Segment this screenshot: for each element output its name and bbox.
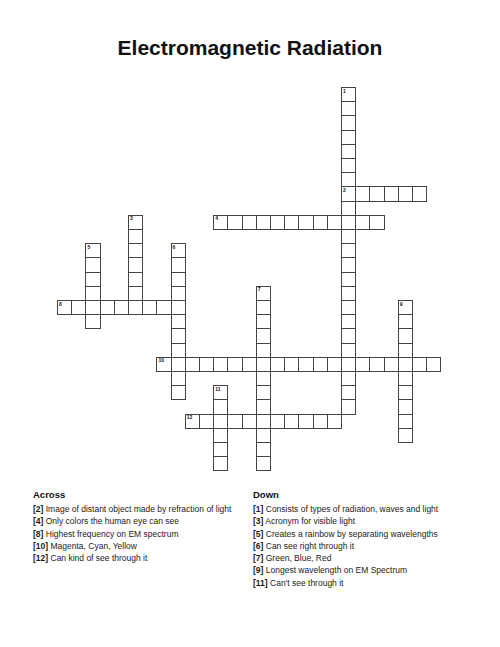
grid-cell[interactable] xyxy=(398,314,413,329)
grid-cell[interactable] xyxy=(369,215,384,230)
grid-cell[interactable] xyxy=(355,186,370,201)
clue-number: 1 xyxy=(343,89,346,94)
grid-cell[interactable] xyxy=(256,414,271,429)
grid-cell[interactable] xyxy=(341,158,356,173)
grid-cell[interactable] xyxy=(185,357,200,372)
grid-cell[interactable] xyxy=(213,428,228,443)
clue-number: 3 xyxy=(130,216,133,221)
grid-cell[interactable]: 1 xyxy=(341,87,356,102)
grid-cell[interactable] xyxy=(398,357,413,372)
grid-cell[interactable] xyxy=(85,300,100,315)
grid-cell[interactable]: 4 xyxy=(213,215,228,230)
grid-cell[interactable] xyxy=(213,414,228,429)
clue-number: 10 xyxy=(158,358,164,363)
grid-cell[interactable] xyxy=(327,414,342,429)
grid-cell[interactable] xyxy=(412,357,427,372)
grid-cell[interactable] xyxy=(242,215,257,230)
grid-cell[interactable] xyxy=(128,300,143,315)
across-header: Across xyxy=(33,489,231,500)
grid-cell[interactable] xyxy=(341,130,356,145)
grid-cell[interactable] xyxy=(199,414,214,429)
grid-cell[interactable] xyxy=(128,257,143,272)
grid-cell[interactable] xyxy=(213,357,228,372)
grid-cell[interactable] xyxy=(128,229,143,244)
grid-cell[interactable] xyxy=(341,314,356,329)
grid-cell[interactable] xyxy=(341,101,356,116)
grid-cell[interactable]: 5 xyxy=(85,243,100,258)
grid-cell[interactable] xyxy=(355,357,370,372)
grid-cell[interactable] xyxy=(213,399,228,414)
grid-cell[interactable] xyxy=(341,257,356,272)
grid-cell[interactable]: 9 xyxy=(398,300,413,315)
clue-number: 7 xyxy=(258,287,261,292)
grid-cell[interactable] xyxy=(341,144,356,159)
grid-cell[interactable] xyxy=(270,414,285,429)
grid-cell[interactable] xyxy=(171,328,186,343)
across-clues-section: Across [2] Image of distant object made … xyxy=(33,489,231,564)
grid-cell[interactable] xyxy=(398,343,413,358)
grid-cell[interactable] xyxy=(426,357,441,372)
down-clues-section: Down [1] Consists of types of radiation,… xyxy=(253,489,438,589)
clue-item: [9] Longest wavelength on EM Spectrum xyxy=(253,564,438,576)
grid-cell[interactable] xyxy=(171,343,186,358)
grid-cell[interactable] xyxy=(341,343,356,358)
clue-item: [4] Only colors the human eye can see xyxy=(33,515,231,527)
grid-cell[interactable] xyxy=(341,172,356,187)
grid-cell[interactable] xyxy=(227,357,242,372)
grid-cell[interactable] xyxy=(171,257,186,272)
grid-cell[interactable] xyxy=(256,385,271,400)
grid-cell[interactable] xyxy=(128,286,143,301)
clue-item: [3] Acronym for visible light xyxy=(253,515,438,527)
down-header: Down xyxy=(253,489,438,500)
clue-item: [12] Can kind of see through it xyxy=(33,552,231,564)
across-list: [2] Image of distant object made by refr… xyxy=(33,503,231,564)
grid-cell[interactable] xyxy=(384,357,399,372)
grid-cell[interactable] xyxy=(384,186,399,201)
grid-cell[interactable] xyxy=(355,215,370,230)
grid-cell[interactable] xyxy=(284,215,299,230)
grid-cell[interactable] xyxy=(114,300,129,315)
grid-cell[interactable]: 10 xyxy=(156,357,171,372)
grid-cell[interactable] xyxy=(412,186,427,201)
grid-cell[interactable] xyxy=(242,357,257,372)
clue-number: 9 xyxy=(400,302,403,307)
grid-cell[interactable] xyxy=(100,300,115,315)
crossword-page: { "title": "Electromagnetic Radiation", … xyxy=(0,0,500,647)
grid-cell[interactable] xyxy=(256,328,271,343)
grid-cell[interactable]: 6 xyxy=(171,243,186,258)
grid-cell[interactable] xyxy=(85,286,100,301)
grid-cell[interactable] xyxy=(199,357,214,372)
grid-cell[interactable] xyxy=(128,243,143,258)
grid-cell[interactable] xyxy=(270,357,285,372)
grid-cell[interactable] xyxy=(341,243,356,258)
grid-cell[interactable] xyxy=(171,314,186,329)
grid-cell[interactable] xyxy=(313,357,328,372)
clue-number: 8 xyxy=(59,302,62,307)
grid-cell[interactable] xyxy=(227,414,242,429)
grid-cell[interactable] xyxy=(298,414,313,429)
puzzle-title: Electromagnetic Radiation xyxy=(0,36,500,60)
grid-cell[interactable] xyxy=(341,215,356,230)
grid-cell[interactable] xyxy=(71,300,86,315)
clue-number: 2 xyxy=(343,188,346,193)
grid-cell[interactable] xyxy=(398,414,413,429)
grid-cell[interactable] xyxy=(341,357,356,372)
grid-cell[interactable] xyxy=(142,300,157,315)
grid-cell[interactable] xyxy=(313,414,328,429)
grid-cell[interactable] xyxy=(398,385,413,400)
grid-cell[interactable] xyxy=(313,215,328,230)
crossword-grid: 123456789101112 xyxy=(57,87,442,472)
grid-cell[interactable] xyxy=(256,428,271,443)
clue-number: 4 xyxy=(215,216,218,221)
grid-cell[interactable] xyxy=(341,371,356,386)
grid-cell[interactable]: 11 xyxy=(213,385,228,400)
grid-cell[interactable] xyxy=(398,428,413,443)
grid-cell[interactable] xyxy=(171,286,186,301)
grid-cell[interactable] xyxy=(341,229,356,244)
grid-cell[interactable] xyxy=(298,357,313,372)
clue-item: [5] Creates a rainbow by separating wave… xyxy=(253,528,438,540)
grid-cell[interactable] xyxy=(85,314,100,329)
grid-cell[interactable] xyxy=(341,201,356,216)
grid-cell[interactable] xyxy=(398,371,413,386)
grid-cell[interactable] xyxy=(256,343,271,358)
grid-cell[interactable] xyxy=(256,357,271,372)
grid-cell[interactable] xyxy=(284,357,299,372)
grid-cell[interactable] xyxy=(369,186,384,201)
grid-cell[interactable] xyxy=(85,272,100,287)
clue-number: 6 xyxy=(173,245,176,250)
grid-cell[interactable]: 8 xyxy=(57,300,72,315)
grid-cell[interactable] xyxy=(171,385,186,400)
grid-cell[interactable] xyxy=(171,357,186,372)
grid-cell[interactable] xyxy=(256,300,271,315)
grid-cell[interactable] xyxy=(284,414,299,429)
clue-number: 11 xyxy=(215,387,220,392)
grid-cell[interactable] xyxy=(341,286,356,301)
grid-cell[interactable] xyxy=(341,300,356,315)
grid-cell[interactable] xyxy=(256,314,271,329)
grid-cell[interactable] xyxy=(270,215,285,230)
grid-cell[interactable] xyxy=(256,399,271,414)
grid-cell[interactable] xyxy=(256,215,271,230)
clue-item: [2] Image of distant object made by refr… xyxy=(33,503,231,515)
grid-cell[interactable] xyxy=(213,456,228,471)
clue-item: [6] Can see right through it xyxy=(253,540,438,552)
grid-cell[interactable] xyxy=(341,385,356,400)
grid-cell[interactable] xyxy=(156,300,171,315)
clue-item: [1] Consists of types of radiation, wave… xyxy=(253,503,438,515)
grid-cell[interactable]: 7 xyxy=(256,286,271,301)
clue-item: [7] Green, Blue, Red xyxy=(253,552,438,564)
grid-cell[interactable] xyxy=(398,186,413,201)
grid-cell[interactable] xyxy=(256,442,271,457)
grid-cell[interactable] xyxy=(128,272,143,287)
grid-cell[interactable]: 3 xyxy=(128,215,143,230)
grid-cell[interactable] xyxy=(341,272,356,287)
grid-cell[interactable] xyxy=(398,399,413,414)
grid-cell[interactable] xyxy=(171,300,186,315)
grid-cell[interactable] xyxy=(85,257,100,272)
grid-cell[interactable] xyxy=(171,272,186,287)
grid-cell[interactable] xyxy=(298,215,313,230)
grid-cell[interactable] xyxy=(341,115,356,130)
grid-cell[interactable] xyxy=(327,357,342,372)
grid-cell[interactable] xyxy=(369,357,384,372)
grid-cell[interactable] xyxy=(256,456,271,471)
grid-cell[interactable] xyxy=(327,215,342,230)
grid-cell[interactable] xyxy=(242,414,257,429)
grid-cell[interactable]: 12 xyxy=(185,414,200,429)
grid-cell[interactable] xyxy=(171,371,186,386)
clue-item: [10] Magenta, Cyan, Yellow xyxy=(33,540,231,552)
grid-cell[interactable] xyxy=(398,328,413,343)
grid-cell[interactable] xyxy=(341,328,356,343)
clue-item: [11] Can't see through it xyxy=(253,577,438,589)
clue-number: 12 xyxy=(187,415,193,420)
grid-cell[interactable] xyxy=(256,371,271,386)
down-list: [1] Consists of types of radiation, wave… xyxy=(253,503,438,589)
grid-cell[interactable]: 2 xyxy=(341,186,356,201)
grid-cell[interactable] xyxy=(227,215,242,230)
grid-cell[interactable] xyxy=(341,399,356,414)
clue-number: 5 xyxy=(87,245,90,250)
clue-item: [8] Highest frequency on EM spectrum xyxy=(33,528,231,540)
grid-cell[interactable] xyxy=(213,442,228,457)
